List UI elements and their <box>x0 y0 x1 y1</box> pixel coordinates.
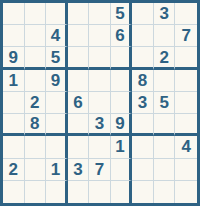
cell-r4c3[interactable]: 9 <box>46 70 68 92</box>
digit: 4 <box>51 27 60 44</box>
cell-r4c4[interactable] <box>68 70 90 92</box>
digit: 5 <box>159 94 168 111</box>
digit: 2 <box>9 161 18 178</box>
digit: 1 <box>115 138 124 155</box>
cell-r1c5[interactable] <box>89 3 111 25</box>
cell-r3c6[interactable] <box>111 47 133 69</box>
cell-r3c2[interactable] <box>25 47 47 69</box>
cell-r2c1[interactable] <box>3 25 25 47</box>
digit: 1 <box>51 161 60 178</box>
digit: 6 <box>115 27 124 44</box>
digit: 2 <box>159 49 168 66</box>
cell-r8c3[interactable]: 1 <box>46 159 68 181</box>
digit: 9 <box>51 72 60 89</box>
cell-r4c6[interactable] <box>111 70 133 92</box>
cell-r7c5[interactable] <box>89 136 111 158</box>
cell-r5c8[interactable]: 5 <box>154 92 176 114</box>
cell-r2c6[interactable]: 6 <box>111 25 133 47</box>
cell-r7c8[interactable] <box>154 136 176 158</box>
cell-r8c1[interactable]: 2 <box>3 159 25 181</box>
digit: 3 <box>73 161 82 178</box>
cell-r6c2[interactable]: 8 <box>25 114 47 136</box>
cell-r4c1[interactable]: 1 <box>3 70 25 92</box>
cell-r7c6[interactable]: 1 <box>111 136 133 158</box>
cell-r1c1[interactable] <box>3 3 25 25</box>
digit: 3 <box>95 115 104 132</box>
cell-r3c5[interactable] <box>89 47 111 69</box>
cell-r1c4[interactable] <box>68 3 90 25</box>
cell-r8c6[interactable] <box>111 159 133 181</box>
cell-r4c7[interactable]: 8 <box>132 70 154 92</box>
cell-r3c4[interactable] <box>68 47 90 69</box>
cell-r2c4[interactable] <box>68 25 90 47</box>
digit: 7 <box>95 161 104 178</box>
cell-r4c2[interactable] <box>25 70 47 92</box>
cell-r9c9[interactable] <box>175 181 197 203</box>
cell-r3c7[interactable] <box>132 47 154 69</box>
cell-r5c4[interactable]: 6 <box>68 92 90 114</box>
cell-r5c9[interactable] <box>175 92 197 114</box>
cell-r1c3[interactable] <box>46 3 68 25</box>
cell-r6c9[interactable] <box>175 114 197 136</box>
cell-r4c9[interactable] <box>175 70 197 92</box>
cell-r1c9[interactable] <box>175 3 197 25</box>
digit: 6 <box>73 94 82 111</box>
cell-r8c4[interactable]: 3 <box>68 159 90 181</box>
digit: 7 <box>181 27 190 44</box>
cell-r4c5[interactable] <box>89 70 111 92</box>
cell-r7c7[interactable] <box>132 136 154 158</box>
cell-r9c3[interactable] <box>46 181 68 203</box>
cell-r1c7[interactable] <box>132 3 154 25</box>
cell-r1c2[interactable] <box>25 3 47 25</box>
cell-r2c3[interactable]: 4 <box>46 25 68 47</box>
cell-r6c7[interactable] <box>132 114 154 136</box>
cell-r5c7[interactable]: 3 <box>132 92 154 114</box>
cell-r8c9[interactable] <box>175 159 197 181</box>
digit: 1 <box>9 72 18 89</box>
cell-r7c3[interactable] <box>46 136 68 158</box>
digit: 3 <box>138 94 147 111</box>
digit: 8 <box>138 72 147 89</box>
cell-r8c5[interactable]: 7 <box>89 159 111 181</box>
cell-r6c8[interactable] <box>154 114 176 136</box>
cell-r2c9[interactable]: 7 <box>175 25 197 47</box>
digit: 8 <box>30 115 39 132</box>
digit: 5 <box>115 5 124 22</box>
sudoku-board: 534679521982635839142137 <box>0 0 200 206</box>
cell-r1c6[interactable]: 5 <box>111 3 133 25</box>
digit: 9 <box>115 115 124 132</box>
digit: 3 <box>159 5 168 22</box>
cell-r9c7[interactable] <box>132 181 154 203</box>
cell-r6c6[interactable]: 9 <box>111 114 133 136</box>
cell-r3c1[interactable]: 9 <box>3 47 25 69</box>
cell-r9c4[interactable] <box>68 181 90 203</box>
cell-r8c8[interactable] <box>154 159 176 181</box>
cell-r9c1[interactable] <box>3 181 25 203</box>
cell-r3c9[interactable] <box>175 47 197 69</box>
cell-r5c3[interactable] <box>46 92 68 114</box>
cell-r9c2[interactable] <box>25 181 47 203</box>
digit: 9 <box>9 49 18 66</box>
cell-r2c7[interactable] <box>132 25 154 47</box>
cell-r6c4[interactable] <box>68 114 90 136</box>
cell-r5c6[interactable] <box>111 92 133 114</box>
digit: 4 <box>181 138 190 155</box>
cell-r9c6[interactable] <box>111 181 133 203</box>
cell-r4c8[interactable] <box>154 70 176 92</box>
cell-r8c2[interactable] <box>25 159 47 181</box>
digit: 5 <box>51 49 60 66</box>
cell-r7c2[interactable] <box>25 136 47 158</box>
cell-r6c1[interactable] <box>3 114 25 136</box>
cell-r9c8[interactable] <box>154 181 176 203</box>
cell-r2c2[interactable] <box>25 25 47 47</box>
cell-r3c8[interactable]: 2 <box>154 47 176 69</box>
cell-r7c1[interactable] <box>3 136 25 158</box>
cell-r5c2[interactable]: 2 <box>25 92 47 114</box>
cell-r6c5[interactable]: 3 <box>89 114 111 136</box>
cell-r1c8[interactable]: 3 <box>154 3 176 25</box>
cell-r7c9[interactable]: 4 <box>175 136 197 158</box>
cell-r5c5[interactable] <box>89 92 111 114</box>
cell-r6c3[interactable] <box>46 114 68 136</box>
cell-r7c4[interactable] <box>68 136 90 158</box>
cell-r2c5[interactable] <box>89 25 111 47</box>
cell-r2c8[interactable] <box>154 25 176 47</box>
digit: 2 <box>30 94 39 111</box>
cell-r8c7[interactable] <box>132 159 154 181</box>
cell-r3c3[interactable]: 5 <box>46 47 68 69</box>
cell-r5c1[interactable] <box>3 92 25 114</box>
cell-r9c5[interactable] <box>89 181 111 203</box>
